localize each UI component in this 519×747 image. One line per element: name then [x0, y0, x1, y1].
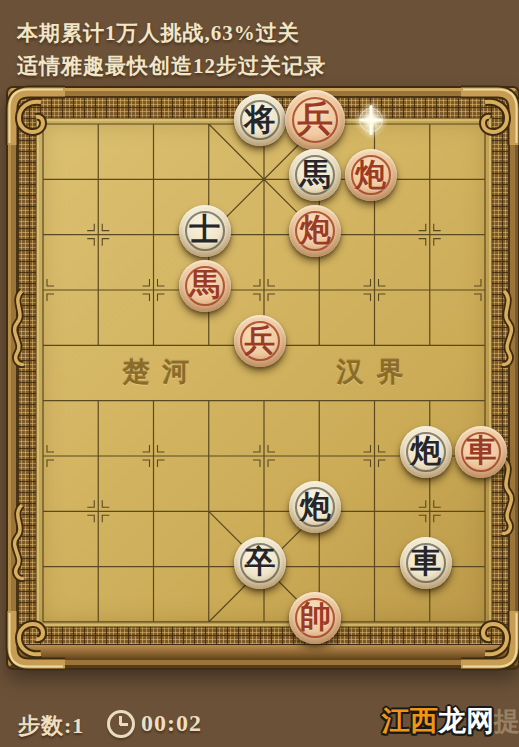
record-stats-line: 适情雅趣最快创造12步过关记录 [17, 52, 326, 80]
corner-scroll-icon [459, 85, 519, 147]
corner-scroll-icon [5, 85, 67, 147]
piece-black-cannon[interactable]: 炮 [400, 426, 452, 478]
corner-scroll-icon [5, 609, 67, 671]
piece-red-cannon[interactable]: 炮 [345, 149, 397, 201]
side-scroll-icon [7, 501, 29, 583]
piece-red-general[interactable]: 帥 [289, 592, 341, 644]
piece-red-cannon[interactable]: 炮 [289, 205, 341, 257]
watermark-orange: 江西 [382, 705, 438, 736]
piece-red-horse[interactable]: 馬 [179, 260, 231, 312]
clock-icon [107, 710, 135, 738]
river-label-han: 汉界 [324, 354, 417, 390]
piece-red-soldier[interactable]: 兵 [234, 315, 286, 367]
side-scroll-icon [497, 287, 519, 369]
piece-black-advisor[interactable]: 士 [179, 205, 231, 257]
challenge-stats-line: 本期累计1万人挑战,63%过关 [17, 19, 300, 47]
corner-scroll-icon [459, 609, 519, 671]
frame-bottom-lip [17, 644, 509, 660]
timer-value: 00:02 [141, 710, 202, 737]
watermark-ghost: 提 [494, 707, 519, 736]
piece-black-chariot[interactable]: 車 [400, 537, 452, 589]
piece-red-chariot[interactable]: 車 [455, 426, 507, 478]
side-scroll-icon [7, 287, 29, 369]
river-label-chu: 楚河 [110, 354, 203, 390]
watermark-white: 龙网 [438, 705, 494, 736]
move-counter: 步数:1 [18, 711, 84, 741]
watermark: 江西龙网提 [382, 702, 519, 740]
game-screen: 本期累计1万人挑战,63%过关 适情雅趣最快创造12步过关记录 [0, 0, 519, 747]
piece-black-general[interactable]: 将 [234, 94, 286, 146]
piece-black-soldier[interactable]: 卒 [234, 537, 286, 589]
piece-red-soldier[interactable]: 兵 [285, 90, 345, 150]
